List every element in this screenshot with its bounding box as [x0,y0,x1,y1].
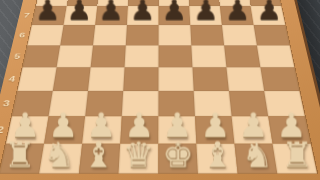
piece-black-pawn[interactable]: ♟ [225,0,250,24]
square-g7[interactable]: ♟ [220,6,254,25]
piece-white-king[interactable]: ♚ [162,137,193,172]
square-h6[interactable] [254,25,290,45]
square-d1[interactable]: ♛ [119,144,159,174]
square-a4[interactable] [18,67,57,91]
square-e5[interactable] [159,45,193,67]
square-h7[interactable]: ♟ [251,6,286,25]
square-c6[interactable] [93,25,127,45]
square-d7[interactable]: ♟ [127,6,159,25]
piece-black-pawn[interactable]: ♟ [35,0,60,24]
square-a5[interactable] [23,45,61,67]
piece-black-pawn[interactable]: ♟ [99,0,124,24]
piece-white-rook[interactable]: ♜ [4,137,35,172]
square-e4[interactable] [158,67,193,91]
chess-board: 87654321 ♜♞♝♛♚♝♞♜♟♟♟♟♟♟♟♟♟♟♟♟♟♟♟♟♜♞♝♛♚♝♞… [0,0,320,180]
square-a6[interactable] [27,25,63,45]
piece-black-pawn[interactable]: ♟ [130,0,155,24]
square-h4[interactable] [260,67,299,91]
square-e6[interactable] [159,25,192,45]
square-h5[interactable] [257,45,294,67]
piece-white-bishop[interactable]: ♝ [83,137,114,172]
square-g4[interactable] [226,67,264,91]
square-d6[interactable] [126,25,159,45]
piece-black-pawn[interactable]: ♟ [257,0,282,24]
square-d4[interactable] [123,67,158,91]
piece-white-knight[interactable]: ♞ [242,137,273,172]
square-h1[interactable]: ♜ [273,144,317,174]
square-f5[interactable] [191,45,226,67]
square-a1[interactable]: ♜ [0,144,44,174]
square-e7[interactable]: ♟ [159,6,191,25]
square-g1[interactable]: ♞ [234,144,277,174]
table-surface: 87654321 ♜♞♝♛♚♝♞♜♟♟♟♟♟♟♟♟♟♟♟♟♟♟♟♟♜♞♝♛♚♝♞… [0,0,320,180]
square-c7[interactable]: ♟ [95,6,128,25]
square-e1[interactable]: ♚ [158,144,198,174]
square-g5[interactable] [224,45,260,67]
square-c1[interactable]: ♝ [79,144,120,174]
square-b1[interactable]: ♞ [39,144,82,174]
square-b4[interactable] [53,67,91,91]
piece-black-pawn[interactable]: ♟ [162,0,187,24]
square-a7[interactable]: ♟ [32,6,67,25]
square-b6[interactable] [60,25,95,45]
square-f6[interactable] [190,25,224,45]
board-scene: 87654321 ♜♞♝♛♚♝♞♜♟♟♟♟♟♟♟♟♟♟♟♟♟♟♟♟♜♞♝♛♚♝♞… [0,0,320,180]
square-f7[interactable]: ♟ [189,6,222,25]
square-b5[interactable] [57,45,93,67]
piece-black-pawn[interactable]: ♟ [194,0,219,24]
piece-white-bishop[interactable]: ♝ [202,137,233,172]
square-c4[interactable] [88,67,125,91]
square-d5[interactable] [125,45,159,67]
square-g6[interactable] [222,25,257,45]
square-f4[interactable] [192,67,228,91]
piece-white-knight[interactable]: ♞ [43,137,74,172]
square-c5[interactable] [91,45,126,67]
piece-white-rook[interactable]: ♜ [281,137,312,172]
square-f1[interactable]: ♝ [196,144,237,174]
square-b7[interactable]: ♟ [64,6,98,25]
board-grid: ♜♞♝♛♚♝♞♜♟♟♟♟♟♟♟♟♟♟♟♟♟♟♟♟♜♞♝♛♚♝♞♜ [0,0,317,173]
piece-white-queen[interactable]: ♛ [123,137,154,172]
piece-black-pawn[interactable]: ♟ [67,0,92,24]
